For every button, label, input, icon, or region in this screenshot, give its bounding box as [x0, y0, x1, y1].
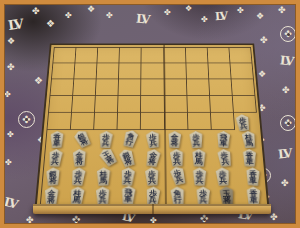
piece-kanji: 車 [246, 158, 254, 165]
piece-kanji: 車 [220, 140, 228, 147]
piece-kanji: 将 [171, 140, 179, 147]
piece-face: 歩兵 [143, 167, 161, 186]
shogi-piece-fu[interactable]: 歩兵 [141, 167, 166, 186]
lv-monogram-icon: LV [277, 147, 291, 160]
shogi-piece-gin[interactable]: 銀将 [117, 148, 141, 167]
shogi-piece-fu[interactable]: 歩兵 [93, 130, 117, 148]
shogi-piece-kei[interactable]: 桂馬 [92, 167, 117, 186]
shogi-piece-fu[interactable]: 歩兵 [234, 113, 259, 130]
monogram-diamond-icon: ❖ [87, 5, 95, 14]
piece-kanji: 将 [148, 158, 157, 166]
board-cell[interactable] [118, 96, 141, 113]
shogi-piece-kin[interactable]: 金将 [141, 148, 165, 167]
monogram-flower-icon: ✤ [7, 63, 15, 72]
board-cell[interactable] [229, 48, 252, 64]
piece-face: 香車 [48, 130, 65, 148]
board-cell[interactable] [73, 79, 97, 95]
piece-face: 歩兵 [167, 164, 189, 186]
piece-kanji: 行 [124, 139, 133, 147]
motif-center-dot [287, 33, 290, 36]
board-cell[interactable] [142, 63, 164, 79]
shogi-piece-kin[interactable]: 金将 [68, 148, 93, 167]
shogi-board-area: 歩兵香車銀将歩兵角行歩兵金将歩兵飛車桂馬歩兵金将王将銀将金将歩兵桂馬歩兵香車銀将… [31, 14, 273, 206]
piece-kanji: 将 [79, 138, 89, 147]
piece-kanji: 兵 [193, 140, 201, 147]
board-cell[interactable] [50, 79, 74, 95]
piece-face: 歩兵 [45, 148, 64, 166]
board-cell[interactable] [211, 113, 235, 130]
lv-monogram-icon: LV [7, 17, 22, 32]
piece-kanji: 将 [49, 177, 57, 184]
board-cell[interactable] [75, 48, 98, 64]
piece-kanji: 車 [124, 196, 132, 203]
board-cell[interactable] [98, 48, 121, 64]
piece-kanji: 将 [105, 156, 115, 165]
shogi-piece-kyo[interactable]: 香車 [46, 130, 71, 148]
lv-monogram-icon: LV [3, 196, 18, 211]
piece-face: 香車 [245, 186, 263, 206]
piece-face: 歩兵 [118, 166, 137, 185]
piece-face: 歩兵 [187, 130, 205, 148]
shogi-piece-kei[interactable]: 桂馬 [66, 186, 92, 206]
lv-monogram-icon: LV [279, 54, 293, 67]
board-cell[interactable] [49, 96, 73, 113]
piece-face: 歩兵 [215, 148, 235, 167]
shogi-board[interactable]: 歩兵香車銀将歩兵角行歩兵金将歩兵飛車桂馬歩兵金将王将銀将金将歩兵桂馬歩兵香車銀将… [34, 43, 270, 214]
piece-kanji: 将 [223, 197, 232, 204]
shogi-piece-fu[interactable]: 歩兵 [188, 130, 212, 148]
board-cell[interactable] [209, 79, 233, 95]
piece-kanji: 馬 [99, 177, 107, 184]
monogram-diamond-icon: ❖ [185, 5, 192, 13]
shogi-piece-kyo[interactable]: 香車 [238, 167, 264, 186]
board-cell[interactable] [53, 48, 76, 64]
piece-face: 桂馬 [94, 167, 112, 186]
board-cell[interactable] [141, 96, 164, 113]
shogi-piece-kin[interactable]: 金将 [165, 130, 189, 148]
piece-kanji: 兵 [73, 177, 82, 184]
board-cell[interactable] [164, 63, 187, 79]
board-cell[interactable] [94, 113, 118, 130]
piece-kanji: 兵 [219, 177, 227, 184]
piece-face: 銀将 [44, 166, 62, 185]
piece-kanji: 兵 [240, 123, 248, 130]
board-cell[interactable] [142, 48, 164, 64]
piece-face: 歩兵 [234, 113, 253, 131]
piece-kanji: 馬 [72, 197, 81, 205]
piece-face: 金将 [166, 130, 184, 148]
board-cell[interactable] [187, 79, 210, 95]
monogram-flower-icon: ✤ [278, 6, 286, 15]
shogi-piece-fu[interactable]: 歩兵 [190, 186, 216, 206]
piece-face: 桂馬 [67, 186, 87, 206]
piece-face: 桂馬 [240, 130, 259, 148]
board-cell[interactable] [187, 96, 211, 113]
board-cell[interactable] [210, 96, 234, 113]
board-cell[interactable] [186, 63, 209, 79]
board-cell[interactable] [142, 79, 165, 95]
monogram-flower-icon: ✤ [7, 131, 14, 139]
board-cell[interactable] [164, 48, 186, 64]
shogi-piece-kaku[interactable]: 角行 [117, 130, 141, 148]
board-grid: 歩兵香車銀将歩兵角行歩兵金将歩兵飛車桂馬歩兵金将王将銀将金将歩兵桂馬歩兵香車銀将… [39, 47, 265, 210]
piece-face: 歩兵 [143, 186, 162, 206]
piece-face: 飛車 [215, 130, 232, 148]
shogi-piece-hisha[interactable]: 飛車 [212, 130, 237, 148]
shogi-piece-kei[interactable]: 桂馬 [235, 130, 260, 148]
board-cell[interactable] [118, 113, 142, 130]
piece-face: 銀将 [116, 147, 138, 169]
piece-kanji: 兵 [173, 158, 181, 165]
board-cell[interactable] [120, 48, 142, 64]
shogi-piece-hisha[interactable]: 飛車 [116, 186, 141, 206]
shogi-piece-fu[interactable]: 歩兵 [67, 167, 92, 186]
motif-center-dot [203, 218, 206, 221]
monogram-flower-icon: ✤ [5, 159, 12, 167]
monogram-flower-icon: ✤ [26, 216, 34, 225]
shogi-piece-fu[interactable]: 歩兵 [213, 167, 239, 186]
board-cell[interactable] [52, 63, 76, 79]
piece-kanji: 兵 [196, 177, 204, 184]
board-cell[interactable] [188, 113, 212, 130]
shogi-piece-kyo[interactable]: 香車 [236, 148, 261, 167]
piece-kanji: 兵 [50, 158, 58, 165]
shogi-piece-o[interactable]: 王将 [93, 148, 118, 167]
monogram-circle-flower-icon: ✤ [280, 115, 296, 131]
piece-kanji: 兵 [99, 197, 107, 205]
piece-face: 歩兵 [96, 130, 114, 148]
board-edge [33, 204, 271, 214]
board-cell[interactable] [233, 96, 257, 113]
monogram-flower-darkcenter-icon: ✤ [200, 214, 208, 224]
board-cell[interactable] [230, 63, 254, 79]
monogram-flower-icon: ✤ [4, 91, 11, 99]
piece-face: 歩兵 [94, 186, 112, 206]
shogi-piece-fu[interactable]: 歩兵 [212, 148, 237, 167]
piece-kanji: 車 [53, 140, 61, 147]
piece-kanji: 馬 [195, 158, 203, 165]
board-cell[interactable] [95, 96, 119, 113]
shogi-piece-fu[interactable]: 歩兵 [165, 148, 189, 167]
shogi-piece-kyo[interactable]: 香車 [239, 186, 265, 206]
board-cell[interactable] [97, 63, 120, 79]
piece-face: 歩兵 [168, 148, 187, 166]
shogi-piece-fu[interactable]: 歩兵 [44, 148, 69, 167]
motif-center-dot [25, 118, 28, 121]
motif-center-dot [75, 219, 78, 222]
piece-kanji: 兵 [149, 140, 157, 147]
piece-face: 金将 [143, 147, 163, 167]
piece-kanji: 兵 [175, 176, 184, 185]
photo-frame: LV✤❖✤❖✤LV✤❖✤LV✤❖✤✤✤LV❖✤✤✤✤LV✤✤❖LV✤✤✤LV✤✤… [0, 0, 300, 228]
board-cell[interactable] [47, 113, 72, 130]
piece-face: 飛車 [119, 185, 138, 204]
board-cell[interactable] [208, 63, 231, 79]
monogram-flower-icon: ✤ [281, 179, 289, 188]
shogi-piece-fu[interactable]: 歩兵 [141, 130, 165, 148]
board-cell[interactable] [186, 48, 209, 64]
board-cell[interactable] [119, 79, 142, 95]
piece-face: 金将 [42, 186, 61, 205]
monogram-flower-icon: ✤ [150, 217, 157, 225]
shogi-piece-fu[interactable]: 歩兵 [91, 186, 117, 206]
piece-face: 桂馬 [190, 148, 207, 166]
piece-face: 歩兵 [195, 186, 213, 205]
shogi-piece-gin[interactable]: 銀将 [70, 130, 95, 148]
piece-face: 香車 [245, 166, 263, 185]
piece-kanji: 将 [75, 158, 83, 165]
board-cell[interactable] [71, 113, 95, 130]
piece-face: 香車 [241, 148, 259, 166]
monogram-flower-darkcenter-icon: ✤ [72, 215, 80, 225]
shogi-piece-kei[interactable]: 桂馬 [189, 148, 214, 167]
board-cell[interactable] [74, 63, 97, 79]
monogram-diamond-icon: ❖ [7, 37, 15, 46]
piece-face: 角行 [120, 128, 141, 148]
board-cell[interactable] [96, 79, 119, 95]
piece-face: 銀将 [70, 127, 93, 149]
piece-kanji: 車 [250, 197, 258, 205]
shogi-piece-fu[interactable]: 歩兵 [141, 186, 166, 206]
piece-face: 歩兵 [214, 167, 233, 186]
piece-kanji: 兵 [101, 140, 109, 147]
board-cell[interactable] [72, 96, 96, 113]
piece-face: 歩兵 [144, 130, 163, 149]
piece-kanji: 兵 [123, 177, 131, 184]
piece-face: 歩兵 [191, 167, 209, 186]
piece-kanji: 将 [47, 197, 55, 204]
monogram-flower-icon: ✤ [282, 86, 290, 95]
piece-kanji: 兵 [199, 197, 207, 204]
piece-face: 歩兵 [68, 167, 87, 186]
shogi-piece-fu[interactable]: 歩兵 [189, 167, 214, 186]
motif-center-dot [287, 122, 290, 125]
piece-kanji: 兵 [221, 158, 230, 165]
piece-kanji: 車 [249, 177, 257, 184]
board-cell[interactable] [207, 48, 230, 64]
board-cell[interactable] [164, 79, 187, 95]
piece-kanji: 将 [124, 157, 133, 166]
monogram-flower-icon: ✤ [270, 213, 278, 222]
board-cell[interactable] [164, 113, 188, 130]
shogi-piece-gin[interactable]: 銀将 [43, 167, 69, 186]
shogi-piece-fu[interactable]: 歩兵 [116, 167, 141, 186]
board-cell[interactable] [164, 96, 187, 113]
shogi-piece-kin[interactable]: 金将 [41, 186, 67, 206]
piece-face: 金将 [70, 148, 87, 167]
monogram-circle-flower-icon: ✤ [280, 26, 296, 42]
piece-kanji: 兵 [148, 177, 156, 184]
board-cell[interactable] [119, 63, 142, 79]
piece-kanji: 行 [174, 197, 182, 205]
piece-kanji: 馬 [246, 140, 254, 147]
board-cell[interactable] [231, 79, 255, 95]
shogi-piece-fu[interactable]: 歩兵 [165, 167, 190, 186]
shogi-piece-gyoku[interactable]: 玉将 [214, 186, 240, 206]
board-cell[interactable] [141, 113, 164, 130]
piece-face: 角行 [168, 186, 187, 206]
shogi-piece-kaku[interactable]: 角行 [165, 186, 190, 206]
piece-face: 玉将 [218, 186, 238, 205]
